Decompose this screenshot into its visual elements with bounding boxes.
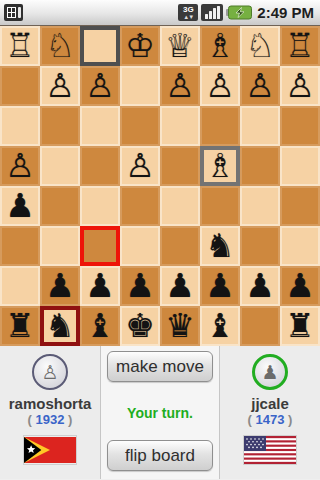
square-c4[interactable]: ♗: [200, 146, 240, 186]
square-h6[interactable]: [0, 226, 40, 266]
usa-flag: [244, 436, 296, 464]
square-e1[interactable]: ♔: [120, 26, 160, 66]
square-e3[interactable]: [120, 106, 160, 146]
square-g5[interactable]: [40, 186, 80, 226]
square-e8[interactable]: ♚: [120, 306, 160, 346]
square-c8[interactable]: ♝: [200, 306, 240, 346]
white-pawn: ♙: [245, 66, 275, 106]
square-f2[interactable]: ♙: [80, 66, 120, 106]
square-a4[interactable]: [280, 146, 320, 186]
square-h8[interactable]: ♜: [0, 306, 40, 346]
flip-board-button[interactable]: flip board: [107, 440, 213, 471]
square-h1[interactable]: ♖: [0, 26, 40, 66]
square-g2[interactable]: ♙: [40, 66, 80, 106]
square-h2[interactable]: [0, 66, 40, 106]
square-f7[interactable]: ♟: [80, 266, 120, 306]
east-timor-flag: [24, 436, 76, 464]
white-pawn: ♙: [85, 66, 115, 106]
white-rook: ♖: [285, 26, 315, 66]
square-g7[interactable]: ♟: [40, 266, 80, 306]
black-knight: ♞: [205, 226, 235, 266]
square-e4[interactable]: ♙: [120, 146, 160, 186]
square-f6[interactable]: [80, 226, 120, 266]
status-bar[interactable]: 3G ▲▼ 2:49 PM: [0, 0, 320, 26]
white-pawn-icon: ♙: [41, 363, 58, 382]
square-b4[interactable]: [240, 146, 280, 186]
black-pawn: ♟: [285, 266, 315, 306]
white-bishop: ♗: [205, 146, 235, 186]
black-pawn: ♟: [5, 186, 35, 226]
chess-notification-icon: [4, 4, 23, 21]
square-b3[interactable]: [240, 106, 280, 146]
square-d4[interactable]: [160, 146, 200, 186]
make-move-button[interactable]: make move: [107, 351, 213, 382]
square-d5[interactable]: [160, 186, 200, 226]
square-e6[interactable]: [120, 226, 160, 266]
notification-bar-glyph: [18, 7, 21, 18]
square-a5[interactable]: [280, 186, 320, 226]
black-rook: ♜: [285, 306, 315, 346]
black-player-column: ♟ jjcale ( 1473 ): [220, 346, 320, 479]
square-g1[interactable]: ♘: [40, 26, 80, 66]
black-pawn: ♟: [205, 266, 235, 306]
square-c3[interactable]: [200, 106, 240, 146]
square-d7[interactable]: ♟: [160, 266, 200, 306]
square-f5[interactable]: [80, 186, 120, 226]
3g-label: 3G: [183, 6, 194, 14]
white-pawn: ♙: [125, 146, 155, 186]
actions-column: make move Your turn. flip board: [100, 346, 220, 479]
square-e5[interactable]: [120, 186, 160, 226]
square-a6[interactable]: [280, 226, 320, 266]
square-c6[interactable]: ♞: [200, 226, 240, 266]
square-g3[interactable]: [40, 106, 80, 146]
square-h7[interactable]: [0, 266, 40, 306]
black-knight: ♞: [45, 306, 75, 346]
white-pawn: ♙: [285, 66, 315, 106]
black-king: ♚: [125, 306, 155, 346]
black-pawn: ♟: [245, 266, 275, 306]
black-bishop: ♝: [205, 306, 235, 346]
black-pawn-icon: ♟: [261, 363, 278, 382]
square-d8[interactable]: ♛: [160, 306, 200, 346]
white-rook: ♖: [5, 26, 35, 66]
game-info-panel: ♙ ramoshorta ( 1932 ) make move Your tur…: [0, 346, 320, 479]
square-h3[interactable]: [0, 106, 40, 146]
signal-strength-icon: [201, 4, 223, 21]
square-a2[interactable]: ♙: [280, 66, 320, 106]
black-pawn: ♟: [85, 266, 115, 306]
square-e2[interactable]: [120, 66, 160, 106]
black-pawn: ♟: [125, 266, 155, 306]
square-d3[interactable]: [160, 106, 200, 146]
square-g6[interactable]: [40, 226, 80, 266]
white-queen: ♕: [165, 26, 195, 66]
white-pawn: ♙: [205, 66, 235, 106]
square-c1[interactable]: ♗: [200, 26, 240, 66]
square-d1[interactable]: ♕: [160, 26, 200, 66]
black-pawn: ♟: [45, 266, 75, 306]
square-a3[interactable]: [280, 106, 320, 146]
clock-time: 2:49 PM: [255, 4, 316, 21]
square-f3[interactable]: [80, 106, 120, 146]
square-c5[interactable]: [200, 186, 240, 226]
white-player-name: ramoshorta: [9, 395, 92, 412]
white-pawn: ♙: [165, 66, 195, 106]
white-king: ♔: [125, 26, 155, 66]
square-c2[interactable]: ♙: [200, 66, 240, 106]
square-a8[interactable]: ♜: [280, 306, 320, 346]
square-b8[interactable]: [240, 306, 280, 346]
black-player-name: jjcale: [251, 395, 289, 412]
black-player-avatar-active: ♟: [252, 354, 288, 390]
square-c7[interactable]: ♟: [200, 266, 240, 306]
square-d2[interactable]: ♙: [160, 66, 200, 106]
white-player-column: ♙ ramoshorta ( 1932 ): [0, 346, 100, 479]
square-f8[interactable]: ♝: [80, 306, 120, 346]
black-player-rating: ( 1473 ): [248, 412, 293, 427]
turn-status-text: Your turn.: [127, 405, 193, 421]
chess-board: ♖♘♔♕♗♘♖♙♙♙♙♙♙♙♙♗♟♞♟♟♟♟♟♟♟♜♞♝♚♛♝♜: [0, 26, 320, 346]
black-bishop: ♝: [85, 306, 115, 346]
square-b7[interactable]: ♟: [240, 266, 280, 306]
white-knight: ♘: [45, 26, 75, 66]
data-arrows-icon: ▲▼: [183, 14, 193, 20]
square-b5[interactable]: [240, 186, 280, 226]
3g-network-icon: 3G ▲▼: [178, 4, 198, 21]
square-h4[interactable]: ♙: [0, 146, 40, 186]
square-a7[interactable]: ♟: [280, 266, 320, 306]
square-b6[interactable]: [240, 226, 280, 266]
black-pawn: ♟: [165, 266, 195, 306]
square-b2[interactable]: ♙: [240, 66, 280, 106]
white-pawn: ♙: [5, 146, 35, 186]
square-a1[interactable]: ♖: [280, 26, 320, 66]
black-queen: ♛: [165, 306, 195, 346]
white-bishop: ♗: [205, 26, 235, 66]
square-e7[interactable]: ♟: [120, 266, 160, 306]
square-f1[interactable]: [80, 26, 120, 66]
white-pawn: ♙: [45, 66, 75, 106]
square-g4[interactable]: [40, 146, 80, 186]
black-rook: ♜: [5, 306, 35, 346]
square-g8[interactable]: ♞: [40, 306, 80, 346]
square-h5[interactable]: ♟: [0, 186, 40, 226]
phone-screen: 3G ▲▼ 2:49 PM ♖♘♔♕♗♘♖♙♙♙♙♙♙♙♙♗♟♞♟♟♟♟♟♟♟♜…: [0, 0, 320, 480]
battery-charging-icon: [226, 5, 252, 20]
square-b1[interactable]: ♘: [240, 26, 280, 66]
white-player-avatar: ♙: [32, 354, 68, 390]
mini-board-glyph: [7, 7, 16, 18]
white-knight: ♘: [245, 26, 275, 66]
white-player-rating: ( 1932 ): [28, 412, 73, 427]
square-f4[interactable]: [80, 146, 120, 186]
square-d6[interactable]: [160, 226, 200, 266]
